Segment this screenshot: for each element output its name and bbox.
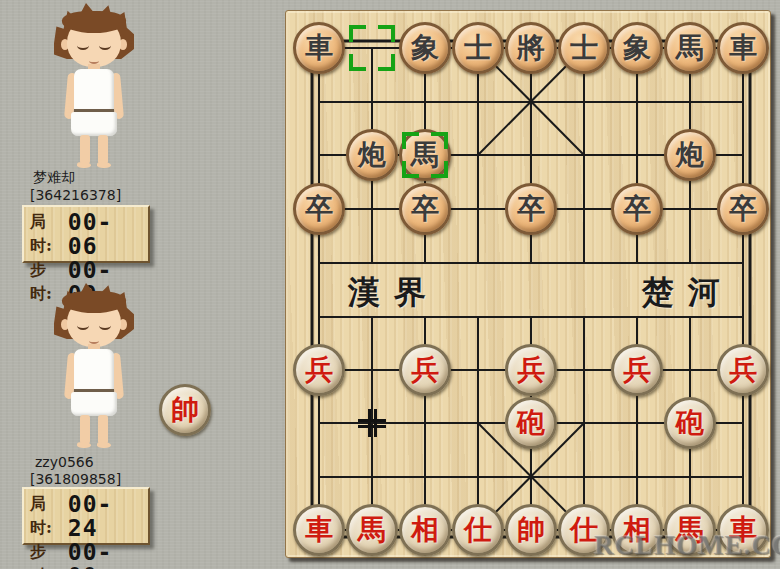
game-time-value: 00-24 (68, 492, 142, 540)
avatar-eye (99, 321, 111, 330)
piece-卒[interactable]: 卒 (505, 183, 557, 235)
piece-象[interactable]: 象 (611, 22, 663, 74)
piece-char: 車 (305, 516, 333, 544)
game-window: 梦难却 [364216378] 局时: 00-06 步时: 00-00 zzy0… (0, 0, 780, 569)
piece-char: 象 (623, 34, 651, 62)
piece-char: 炮 (676, 141, 704, 169)
piece-卒[interactable]: 卒 (293, 183, 345, 235)
avatar-eye (77, 321, 89, 330)
player-name-bottom: zzy0566 (35, 454, 94, 470)
piece-char: 兵 (729, 356, 757, 384)
piece-卒[interactable]: 卒 (399, 183, 451, 235)
piece-兵[interactable]: 兵 (611, 344, 663, 396)
avatar-leg (98, 135, 108, 164)
piece-char: 士 (570, 34, 598, 62)
avatar-leg (98, 415, 108, 444)
player-id-top: [364216378] (30, 187, 121, 203)
piece-相[interactable]: 相 (399, 504, 451, 556)
piece-char: 卒 (517, 195, 545, 223)
xiangqi-board[interactable]: 漢界 楚河 RCLHOME.COM 車象士將士象馬車炮馬炮卒卒卒卒卒兵兵兵兵兵砲… (285, 10, 771, 558)
piece-char: 砲 (676, 409, 704, 437)
piece-兵[interactable]: 兵 (293, 344, 345, 396)
piece-馬[interactable]: 馬 (664, 22, 716, 74)
last-move-marker (349, 25, 395, 71)
piece-砲[interactable]: 砲 (505, 397, 557, 449)
piece-將[interactable]: 將 (505, 22, 557, 74)
piece-車[interactable]: 車 (717, 22, 769, 74)
timer-panel-top: 局时: 00-06 步时: 00-00 (22, 205, 150, 263)
player-id-bottom: [361809858] (30, 471, 121, 487)
piece-兵[interactable]: 兵 (717, 344, 769, 396)
timer-panel-bottom: 局时: 00-24 步时: 00-00 (22, 487, 150, 545)
move-time-value: 00-00 (68, 540, 142, 569)
avatar-shirt (74, 349, 114, 393)
piece-char: 仕 (464, 516, 492, 544)
side-indicator-char: 帥 (171, 396, 199, 424)
marker-corner (431, 161, 448, 178)
piece-象[interactable]: 象 (399, 22, 451, 74)
avatar-shirt (74, 69, 114, 113)
marker-corner (402, 161, 419, 178)
piece-char: 相 (411, 516, 439, 544)
piece-char: 兵 (517, 356, 545, 384)
piece-馬[interactable]: 馬 (346, 504, 398, 556)
game-time-label: 局时: (30, 210, 68, 258)
avatar-hair-fringe (62, 11, 126, 33)
player-avatar-bottom (42, 283, 147, 451)
piece-兵[interactable]: 兵 (505, 344, 557, 396)
piece-char: 象 (411, 34, 439, 62)
piece-炮[interactable]: 炮 (664, 129, 716, 181)
board-grid (286, 11, 770, 557)
piece-char: 馬 (358, 516, 386, 544)
piece-char: 卒 (729, 195, 757, 223)
piece-char: 兵 (623, 356, 651, 384)
avatar-shorts (71, 392, 117, 416)
marker-corner (349, 25, 366, 42)
piece-車[interactable]: 車 (293, 22, 345, 74)
avatar-foot (77, 442, 91, 448)
last-move-marker (402, 132, 448, 178)
piece-士[interactable]: 士 (558, 22, 610, 74)
marker-corner (431, 132, 448, 149)
avatar-foot (97, 442, 111, 448)
side-indicator-piece: 帥 (159, 384, 211, 436)
avatar-leg (80, 135, 90, 164)
player-name-top: 梦难却 (33, 169, 75, 187)
marker-corner (378, 25, 395, 42)
crosshair-v-bar (368, 409, 377, 437)
piece-char: 卒 (411, 195, 439, 223)
player-avatar-top (42, 3, 147, 171)
piece-兵[interactable]: 兵 (399, 344, 451, 396)
piece-char: 兵 (411, 356, 439, 384)
avatar-foot (77, 162, 91, 168)
piece-char: 卒 (305, 195, 333, 223)
piece-車[interactable]: 車 (293, 504, 345, 556)
piece-仕[interactable]: 仕 (452, 504, 504, 556)
avatar-eye (99, 41, 111, 50)
piece-char: 卒 (623, 195, 651, 223)
piece-char: 將 (517, 34, 545, 62)
watermark: RCLHOME.COM (594, 530, 780, 561)
game-time-label: 局时: (30, 492, 68, 540)
marker-corner (378, 54, 395, 71)
piece-char: 砲 (517, 409, 545, 437)
avatar-shorts (71, 112, 117, 136)
avatar-hair-fringe (62, 291, 126, 313)
piece-char: 兵 (305, 356, 333, 384)
piece-char: 士 (464, 34, 492, 62)
piece-char: 馬 (676, 34, 704, 62)
piece-炮[interactable]: 炮 (346, 129, 398, 181)
crosshair-cursor-icon (358, 409, 386, 437)
piece-char: 帥 (517, 516, 545, 544)
piece-char: 炮 (358, 141, 386, 169)
piece-卒[interactable]: 卒 (717, 183, 769, 235)
game-time-value: 00-06 (68, 210, 142, 258)
piece-帥[interactable]: 帥 (505, 504, 557, 556)
piece-char: 車 (305, 34, 333, 62)
move-time-label: 步时: (30, 540, 68, 569)
avatar-foot (97, 162, 111, 168)
piece-char: 車 (729, 34, 757, 62)
piece-砲[interactable]: 砲 (664, 397, 716, 449)
avatar-leg (80, 415, 90, 444)
piece-卒[interactable]: 卒 (611, 183, 663, 235)
marker-corner (402, 132, 419, 149)
marker-corner (349, 54, 366, 71)
avatar-eye (77, 41, 89, 50)
piece-士[interactable]: 士 (452, 22, 504, 74)
